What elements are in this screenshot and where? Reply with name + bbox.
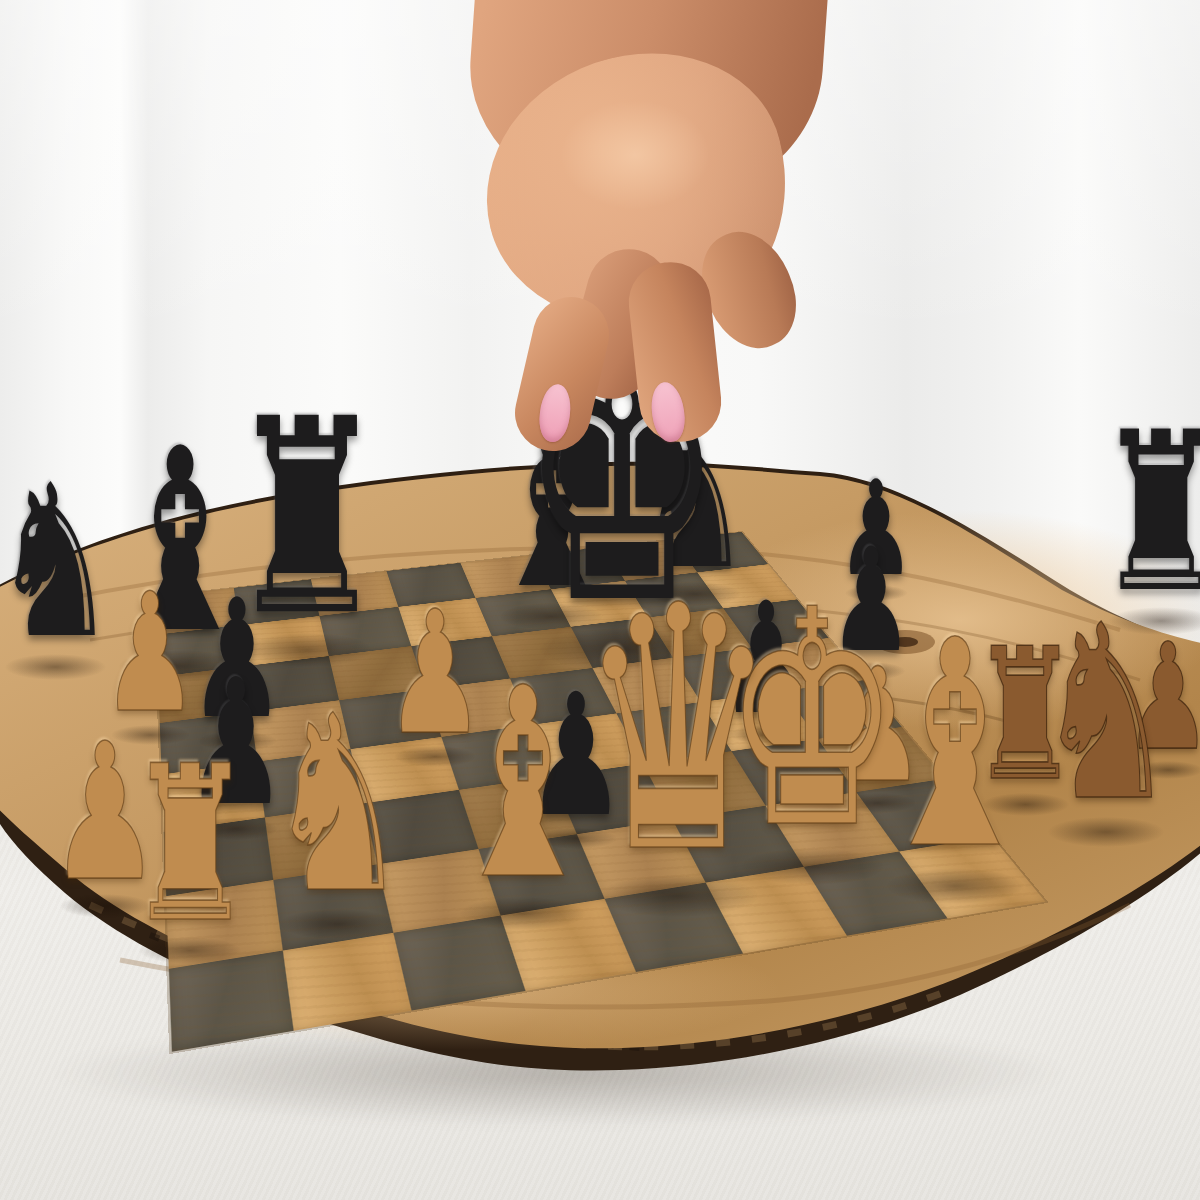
light-knight-glyph: ♞ (266, 683, 410, 926)
light-bishop-g4[interactable]: ♝ (827, 603, 1083, 888)
light-rook-b4[interactable]: ♜ (94, 737, 287, 952)
chess-pieces-layer: ♟♞♝♜♜♚♞♝♟♟♟♟♟♟♟♜♟♞♟♚♝♛♟♝♞♜ (0, 0, 1200, 1200)
light-bishop-glyph: ♝ (871, 603, 1040, 888)
photo-scene: ♟♞♝♜♜♚♞♝♟♟♟♟♟♟♟♜♟♞♟♚♝♛♟♝♞♜ Overhead-angl… (0, 0, 1200, 1200)
light-bishop-glyph: ♝ (445, 654, 600, 916)
light-rook-glyph: ♜ (126, 737, 253, 952)
